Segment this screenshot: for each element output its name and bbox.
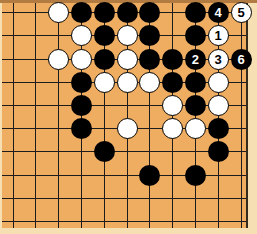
grid-line-vertical (13, 3, 14, 228)
black-stone (139, 49, 160, 70)
white-stone (71, 25, 92, 46)
black-stone (94, 49, 115, 70)
white-stone (117, 49, 138, 70)
black-stone (94, 25, 115, 46)
white-stone (94, 72, 115, 93)
black-stone (71, 95, 92, 116)
grid-line-horizontal (2, 221, 246, 222)
move-4-stone: 4 (208, 2, 229, 23)
white-stone (117, 72, 138, 93)
black-stone (208, 141, 229, 162)
black-stone (185, 72, 206, 93)
go-board[interactable]: 451236 (2, 3, 248, 228)
black-stone (94, 141, 115, 162)
go-diagram-frame: 451236 (0, 0, 257, 234)
grid-line-vertical (35, 3, 36, 228)
black-stone (139, 165, 160, 186)
black-stone (162, 72, 183, 93)
black-stone (185, 25, 206, 46)
black-stone (117, 2, 138, 23)
grid-line-horizontal (2, 198, 246, 199)
black-stone (185, 95, 206, 116)
white-stone (48, 2, 69, 23)
move-2-stone: 2 (185, 49, 206, 70)
white-stone (185, 118, 206, 139)
grid-line-vertical (241, 3, 242, 228)
black-stone (71, 72, 92, 93)
move-1-stone: 1 (208, 25, 229, 46)
black-stone (208, 118, 229, 139)
black-stone (139, 25, 160, 46)
white-stone (117, 118, 138, 139)
white-stone (48, 49, 69, 70)
black-stone (139, 2, 160, 23)
grid-line-horizontal (2, 175, 246, 176)
grid-line-vertical (58, 3, 59, 228)
white-stone (208, 72, 229, 93)
white-stone (139, 72, 160, 93)
black-stone (185, 2, 206, 23)
move-6-stone: 6 (231, 49, 252, 70)
move-5-stone: 5 (231, 2, 252, 23)
move-3-stone: 3 (208, 49, 229, 70)
white-stone (162, 95, 183, 116)
white-stone (117, 25, 138, 46)
white-stone (208, 95, 229, 116)
white-stone (71, 49, 92, 70)
black-stone (71, 2, 92, 23)
white-stone (162, 118, 183, 139)
black-stone (162, 49, 183, 70)
black-stone (71, 118, 92, 139)
black-stone (94, 2, 115, 23)
black-stone (185, 165, 206, 186)
